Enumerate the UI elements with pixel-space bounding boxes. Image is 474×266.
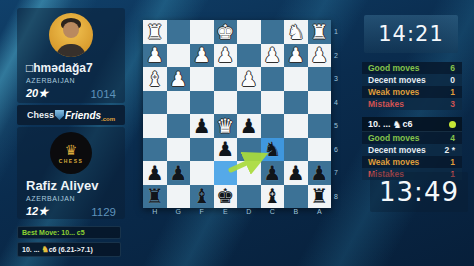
- rank-label-7: 7: [334, 161, 343, 185]
- stat-row-weak: Weak moves 1: [362, 156, 462, 168]
- piece-wp: ♟: [287, 45, 305, 65]
- piece-bp: ♟: [169, 163, 187, 183]
- rank-label-8: 8: [334, 185, 343, 209]
- stat-label: Good moves: [368, 133, 419, 143]
- logo-chess-text: Chess: [27, 110, 54, 120]
- logo-friends-text: Friends: [65, 110, 101, 121]
- stat-value: 0: [450, 75, 455, 85]
- file-label-h: H: [143, 208, 167, 217]
- square-f8[interactable]: ♝: [190, 185, 214, 209]
- rank-label-4: 4: [334, 91, 343, 115]
- stat-value: 1: [450, 157, 455, 167]
- played-move-line: 10. ... ♞c6 (6.21->7.1): [17, 242, 121, 257]
- piece-wp: ♟: [216, 45, 234, 65]
- piece-bk: ♚: [216, 186, 234, 206]
- square-a3[interactable]: [308, 67, 332, 91]
- knight-icon: ♞: [393, 119, 402, 130]
- square-e1[interactable]: ♚: [214, 20, 238, 44]
- square-b2[interactable]: ♟: [284, 44, 308, 68]
- square-f4[interactable]: [190, 91, 214, 115]
- square-g7[interactable]: ♟: [167, 161, 191, 185]
- rating-row-bottom: 12★ 1129: [17, 205, 125, 218]
- move-number: 10. ...: [368, 119, 391, 129]
- piece-bp: ♟: [193, 116, 211, 136]
- square-g1[interactable]: [167, 20, 191, 44]
- player-card-top: □hmədağa7 AZERBAIJAN 20★ 1014: [17, 8, 125, 103]
- stat-label: Decent moves: [368, 145, 426, 155]
- square-f1[interactable]: [190, 20, 214, 44]
- square-c7[interactable]: ♟: [261, 161, 285, 185]
- square-b6[interactable]: [284, 138, 308, 162]
- square-g6[interactable]: [167, 138, 191, 162]
- piece-br: ♜: [310, 186, 328, 206]
- square-f7[interactable]: [190, 161, 214, 185]
- square-a7[interactable]: ♟: [308, 161, 332, 185]
- stat-label: Decent moves: [368, 75, 426, 85]
- stat-row-decent: Decent moves 2 *: [362, 144, 462, 156]
- square-d7[interactable]: [237, 161, 261, 185]
- square-c1[interactable]: [261, 20, 285, 44]
- square-e7[interactable]: [214, 161, 238, 185]
- played-move-eval: c6 (6.21->7.1): [49, 246, 93, 253]
- square-h5[interactable]: [143, 114, 167, 138]
- square-e4[interactable]: [214, 91, 238, 115]
- stat-label: Mistakes: [368, 99, 404, 109]
- knight-icon: ♞: [41, 245, 48, 254]
- stat-row-good: Good moves 4: [362, 132, 462, 144]
- stat-row-mistakes: Mistakes 3: [362, 98, 462, 110]
- stat-value: 1: [450, 87, 455, 97]
- avatar-chess-label: CHESS: [59, 158, 84, 164]
- square-a1[interactable]: ♜: [308, 20, 332, 44]
- square-e3[interactable]: [214, 67, 238, 91]
- square-d8[interactable]: [237, 185, 261, 209]
- square-c8[interactable]: ♝: [261, 185, 285, 209]
- rank-label-2: 2: [334, 44, 343, 68]
- piece-br: ♜: [146, 186, 164, 206]
- rank-label-6: 6: [334, 138, 343, 162]
- square-e5[interactable]: ♛: [214, 114, 238, 138]
- avatar-top-player: [49, 13, 93, 57]
- piece-wp: ♟: [263, 45, 281, 65]
- player-stars-top: 20★: [26, 87, 48, 100]
- square-h6[interactable]: [143, 138, 167, 162]
- square-d3[interactable]: ♟: [237, 67, 261, 91]
- piece-bp: ♟: [287, 163, 305, 183]
- file-label-a: A: [308, 208, 332, 217]
- stat-value: 6: [450, 63, 455, 73]
- piece-bp: ♟: [146, 163, 164, 183]
- shield-icon: [55, 110, 64, 120]
- player-stars-bottom: 12★: [26, 205, 48, 218]
- square-c6[interactable]: ♞: [261, 138, 285, 162]
- piece-bp: ♟: [263, 163, 281, 183]
- piece-wp: ♟: [146, 45, 164, 65]
- square-h7[interactable]: ♟: [143, 161, 167, 185]
- piece-wq: ♛: [216, 116, 234, 136]
- avatar-bottom-player: ♛ CHESS: [50, 132, 92, 174]
- square-a5[interactable]: [308, 114, 332, 138]
- piece-bp: ♟: [216, 139, 234, 159]
- piece-wk: ♚: [216, 22, 234, 42]
- piece-wp: ♟: [310, 45, 328, 65]
- square-d2[interactable]: [237, 44, 261, 68]
- square-c4[interactable]: [261, 91, 285, 115]
- square-b3[interactable]: [284, 67, 308, 91]
- piece-bp: ♟: [240, 116, 258, 136]
- player-name-top: □hmədağa7: [17, 61, 125, 75]
- square-e2[interactable]: ♟: [214, 44, 238, 68]
- last-move-panel: 10. ... ♞c6 Good moves 4 Decent moves 2 …: [362, 117, 462, 180]
- stat-label: Good moves: [368, 63, 419, 73]
- avatar-face: [63, 22, 79, 38]
- square-h4[interactable]: [143, 91, 167, 115]
- piece-wr: ♜: [146, 22, 164, 42]
- move-quality-dot: [449, 121, 456, 128]
- crown-icon: ♛: [65, 143, 78, 157]
- square-h3[interactable]: ♝: [143, 67, 167, 91]
- square-f2[interactable]: ♟: [190, 44, 214, 68]
- played-move-prefix: 10. ...: [22, 246, 41, 253]
- square-a8[interactable]: ♜: [308, 185, 332, 209]
- square-h8[interactable]: ♜: [143, 185, 167, 209]
- player-country-bottom: AZERBAIJAN: [17, 195, 125, 202]
- square-c3[interactable]: [261, 67, 285, 91]
- best-move-panel: Best Move: 10... c5 10. ... ♞c6 (6.21->7…: [17, 226, 121, 257]
- square-f6[interactable]: [190, 138, 214, 162]
- stat-label: Weak moves: [368, 87, 419, 97]
- square-b8[interactable]: [284, 185, 308, 209]
- square-c2[interactable]: ♟: [261, 44, 285, 68]
- square-a6[interactable]: [308, 138, 332, 162]
- clock-top-player: 14:21: [364, 15, 458, 53]
- square-a2[interactable]: ♟: [308, 44, 332, 68]
- clock-bottom-player: 13:49: [370, 172, 468, 212]
- piece-bb: ♝: [193, 186, 211, 206]
- piece-bb: ♝: [263, 186, 281, 206]
- square-d6[interactable]: [237, 138, 261, 162]
- square-d1[interactable]: [237, 20, 261, 44]
- piece-wp: ♟: [193, 45, 211, 65]
- piece-wp: ♟: [240, 69, 258, 89]
- white-stats-panel: Good moves 6 Decent moves 0 Weak moves 1…: [362, 62, 462, 110]
- move-square: c6: [402, 119, 412, 129]
- player-rating-bottom: 1129: [91, 206, 116, 218]
- square-g5[interactable]: [167, 114, 191, 138]
- stat-row-good: Good moves 6: [362, 62, 462, 74]
- square-d4[interactable]: [237, 91, 261, 115]
- rating-row-top: 20★ 1014: [17, 87, 125, 100]
- player-name-bottom: Rafiz Aliyev: [17, 178, 125, 193]
- square-g4[interactable]: [167, 91, 191, 115]
- square-f5[interactable]: ♟: [190, 114, 214, 138]
- piece-bp: ♟: [310, 163, 328, 183]
- square-a4[interactable]: [308, 91, 332, 115]
- avatar-torso: [56, 44, 86, 57]
- rank-label-5: 5: [334, 114, 343, 138]
- chessfriends-logo: Chess Friends .com: [17, 105, 125, 125]
- square-h1[interactable]: ♜: [143, 20, 167, 44]
- square-b5[interactable]: [284, 114, 308, 138]
- square-b1[interactable]: ♞: [284, 20, 308, 44]
- player-country-top: AZERBAIJAN: [17, 77, 125, 84]
- last-move-header: 10. ... ♞c6: [362, 117, 462, 132]
- player-rating-top: 1014: [90, 88, 116, 100]
- file-label-d: D: [237, 208, 261, 217]
- piece-wb: ♝: [146, 69, 164, 89]
- rank-label-1: 1: [334, 20, 343, 44]
- square-b4[interactable]: [284, 91, 308, 115]
- rank-label-3: 3: [334, 67, 343, 91]
- file-label-b: B: [284, 208, 308, 217]
- file-label-g: G: [167, 208, 191, 217]
- square-b7[interactable]: ♟: [284, 161, 308, 185]
- file-labels: HGFEDCBA: [143, 208, 331, 217]
- stat-value: 2 *: [445, 145, 455, 155]
- file-label-f: F: [190, 208, 214, 217]
- square-g8[interactable]: [167, 185, 191, 209]
- piece-wn: ♞: [287, 22, 305, 42]
- square-h2[interactable]: ♟: [143, 44, 167, 68]
- file-label-c: C: [261, 208, 285, 217]
- square-g3[interactable]: ♟: [167, 67, 191, 91]
- rank-labels: 12345678: [334, 20, 343, 208]
- stat-value: 4: [450, 133, 455, 143]
- logo-com-text: .com: [101, 116, 115, 122]
- file-label-e: E: [214, 208, 238, 217]
- stat-value: 3: [450, 99, 455, 109]
- stat-row-decent: Decent moves 0: [362, 74, 462, 86]
- square-d5[interactable]: ♟: [237, 114, 261, 138]
- square-e8[interactable]: ♚: [214, 185, 238, 209]
- stat-label: Weak moves: [368, 157, 419, 167]
- piece-wp: ♟: [169, 69, 187, 89]
- stat-row-weak: Weak moves 1: [362, 86, 462, 98]
- piece-bn: ♞: [263, 139, 281, 159]
- square-f3[interactable]: [190, 67, 214, 91]
- square-e6[interactable]: ♟: [214, 138, 238, 162]
- player-card-bottom: ♛ CHESS Rafiz Aliyev AZERBAIJAN 12★ 1129: [17, 127, 125, 219]
- best-move-line: Best Move: 10... c5: [17, 226, 121, 239]
- square-c5[interactable]: [261, 114, 285, 138]
- piece-wr: ♜: [310, 22, 328, 42]
- square-g2[interactable]: [167, 44, 191, 68]
- chess-board: ♜♚♞♜♟♟♟♟♟♟♝♟♟♟♛♟♟♞♟♟♟♟♟♜♝♚♝♜: [143, 20, 331, 208]
